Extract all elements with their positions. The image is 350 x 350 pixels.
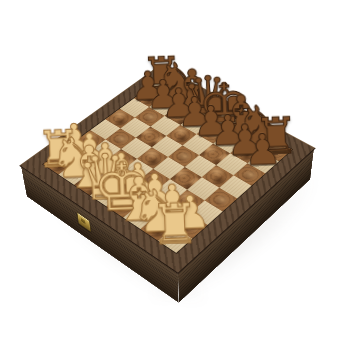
pieces-layer: ♜♞♝♛♚♝♞♜♟♟♟♟♟♟♟♟♟♟♟♟♟♟♟♟♜♞♝♛♚♝♞♜ [21,66,315,273]
board-frame: ♜♞♝♛♚♝♞♜♟♟♟♟♟♟♟♟♟♟♟♟♟♟♟♟♜♞♝♛♚♝♞♜ [19,65,316,274]
scene: ♜♞♝♛♚♝♞♜♟♟♟♟♟♟♟♟♟♟♟♟♟♟♟♟♜♞♝♛♚♝♞♜ [0,0,350,350]
brass-latch-icon[interactable] [77,212,92,233]
box-faces: ♜♞♝♛♚♝♞♜♟♟♟♟♟♟♟♟♟♟♟♟♟♟♟♟♜♞♝♛♚♝♞♜ [21,65,315,272]
